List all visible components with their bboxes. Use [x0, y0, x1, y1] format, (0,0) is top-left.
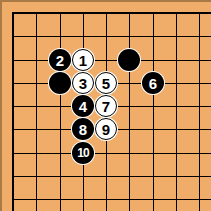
- stone-black-8: 8: [72, 118, 94, 140]
- stone-number: 8: [79, 122, 87, 137]
- grid-line-vertical-6: [153, 12, 154, 211]
- stone-number: 3: [79, 76, 87, 91]
- stone-white-5: 5: [95, 72, 117, 94]
- stone-black-2: 2: [49, 49, 71, 71]
- stone-black-plain: [118, 49, 140, 71]
- stone-black-10: 10: [72, 142, 94, 164]
- board-frame-left: [0, 0, 2, 211]
- go-board-diagram: 21356478910: [0, 0, 211, 211]
- stone-number: 6: [149, 76, 157, 91]
- stone-black-4: 4: [72, 95, 94, 117]
- stone-number: 1: [79, 53, 87, 68]
- grid-line-vertical-7: [176, 12, 177, 211]
- stone-black-6: 6: [142, 72, 164, 94]
- stone-number: 9: [102, 122, 110, 137]
- board-frame-top: [0, 0, 211, 2]
- grid-line-vertical-0: [12, 12, 14, 211]
- stone-number: 10: [77, 147, 88, 159]
- grid-line-horizontal-7: [12, 176, 211, 177]
- grid-line-vertical-2: [60, 12, 61, 211]
- stone-black-plain: [49, 72, 71, 94]
- stone-white-9: 9: [95, 118, 117, 140]
- grid-line-vertical-8: [199, 12, 200, 211]
- grid-line-horizontal-6: [12, 153, 211, 154]
- grid-line-vertical-5: [129, 12, 130, 211]
- grid-line-horizontal-2: [12, 60, 211, 61]
- grid-line-horizontal-8: [12, 199, 211, 200]
- stone-white-7: 7: [95, 95, 117, 117]
- grid-line-vertical-1: [36, 12, 37, 211]
- stone-number: 4: [79, 99, 87, 114]
- grid-line-horizontal-1: [12, 36, 211, 37]
- stone-number: 2: [56, 53, 64, 68]
- stone-number: 7: [102, 99, 110, 114]
- stone-number: 5: [102, 76, 110, 91]
- stone-white-1: 1: [72, 49, 94, 71]
- grid-line-horizontal-0: [12, 12, 211, 14]
- stone-white-3: 3: [72, 72, 94, 94]
